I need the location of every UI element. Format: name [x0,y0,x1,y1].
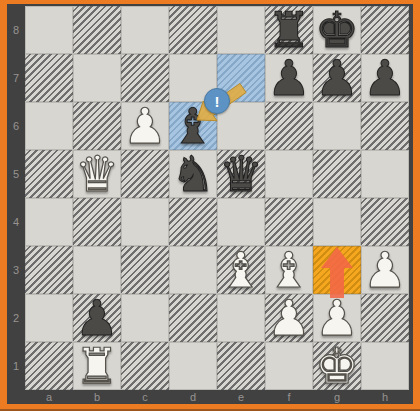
piece-white-queen[interactable]: ♛ [73,150,121,198]
file-label-c: c [121,391,169,404]
exclamation-glyph: ! [215,93,220,110]
square-b8[interactable] [73,6,121,54]
square-f1[interactable] [265,342,313,390]
piece-black-pawn[interactable]: ♟ [265,54,313,102]
square-e4[interactable] [217,198,265,246]
piece-black-pawn[interactable]: ♟ [73,294,121,342]
square-f8[interactable]: ♜ [265,6,313,54]
square-h7[interactable]: ♟ [361,54,409,102]
piece-white-pawn[interactable]: ♟ [265,294,313,342]
square-a3[interactable] [25,246,73,294]
piece-black-pawn[interactable]: ♟ [313,54,361,102]
square-g6[interactable] [313,102,361,150]
square-f2[interactable]: ♟ [265,294,313,342]
square-h1[interactable] [361,342,409,390]
piece-black-knight[interactable]: ♞ [169,150,217,198]
square-h6[interactable] [361,102,409,150]
square-g5[interactable] [313,150,361,198]
square-c1[interactable] [121,342,169,390]
file-label-e: e [217,391,265,404]
board-area: ♜♚♟♟♟♟♝♛♞♛♝♝♟♟♟♟♜♚ ! [25,6,409,390]
square-a8[interactable] [25,6,73,54]
piece-black-king[interactable]: ♚ [313,6,361,54]
board-frame: 87654321 abcdefgh ♜♚♟♟♟♟♝♛♞♛♝♝♟♟♟♟♜♚ ! [7,4,413,404]
rank-label-6: 6 [7,102,25,150]
square-d8[interactable] [169,6,217,54]
square-b1[interactable]: ♜ [73,342,121,390]
square-b6[interactable] [73,102,121,150]
square-b7[interactable] [73,54,121,102]
square-h3[interactable]: ♟ [361,246,409,294]
square-a6[interactable] [25,102,73,150]
piece-white-pawn[interactable]: ♟ [361,246,409,294]
square-c8[interactable] [121,6,169,54]
rank-label-5: 5 [7,150,25,198]
square-a5[interactable] [25,150,73,198]
square-h5[interactable] [361,150,409,198]
square-h8[interactable] [361,6,409,54]
square-f6[interactable] [265,102,313,150]
square-g4[interactable] [313,198,361,246]
square-c3[interactable] [121,246,169,294]
rank-label-1: 1 [7,342,25,390]
square-d4[interactable] [169,198,217,246]
square-d5[interactable]: ♞ [169,150,217,198]
rank-label-7: 7 [7,54,25,102]
square-e3[interactable]: ♝ [217,246,265,294]
square-c2[interactable] [121,294,169,342]
square-c6[interactable]: ♟ [121,102,169,150]
rank-label-4: 4 [7,198,25,246]
square-d1[interactable] [169,342,217,390]
square-a1[interactable] [25,342,73,390]
piece-white-pawn[interactable]: ♟ [121,102,169,150]
square-b4[interactable] [73,198,121,246]
file-label-d: d [169,391,217,404]
square-e5[interactable]: ♛ [217,150,265,198]
app-background: 87654321 abcdefgh ♜♚♟♟♟♟♝♛♞♛♝♝♟♟♟♟♜♚ ! [0,0,420,411]
piece-black-pawn[interactable]: ♟ [361,54,409,102]
piece-white-bishop[interactable]: ♝ [265,246,313,294]
square-b5[interactable]: ♛ [73,150,121,198]
rank-label-8: 8 [7,6,25,54]
piece-black-queen[interactable]: ♛ [217,150,265,198]
chess-board: ♜♚♟♟♟♟♝♛♞♛♝♝♟♟♟♟♜♚ [25,6,409,390]
square-g1[interactable]: ♚ [313,342,361,390]
square-g7[interactable]: ♟ [313,54,361,102]
piece-black-rook[interactable]: ♜ [265,6,313,54]
piece-white-pawn[interactable]: ♟ [313,294,361,342]
square-f3[interactable]: ♝ [265,246,313,294]
square-f4[interactable] [265,198,313,246]
rank-label-2: 2 [7,294,25,342]
square-b3[interactable] [73,246,121,294]
square-a2[interactable] [25,294,73,342]
square-c5[interactable] [121,150,169,198]
square-g2[interactable]: ♟ [313,294,361,342]
square-d2[interactable] [169,294,217,342]
piece-white-bishop[interactable]: ♝ [217,246,265,294]
square-c4[interactable] [121,198,169,246]
file-label-f: f [265,391,313,404]
square-h4[interactable] [361,198,409,246]
square-e8[interactable] [217,6,265,54]
square-g8[interactable]: ♚ [313,6,361,54]
square-d3[interactable] [169,246,217,294]
square-c7[interactable] [121,54,169,102]
square-b2[interactable]: ♟ [73,294,121,342]
square-h2[interactable] [361,294,409,342]
square-a4[interactable] [25,198,73,246]
square-e2[interactable] [217,294,265,342]
rank-labels: 87654321 [7,6,25,390]
square-a7[interactable] [25,54,73,102]
square-f7[interactable]: ♟ [265,54,313,102]
square-f5[interactable] [265,150,313,198]
piece-white-king[interactable]: ♚ [313,342,361,390]
file-label-a: a [25,391,73,404]
rank-label-3: 3 [7,246,25,294]
move-quality-badge: ! [204,88,230,114]
file-label-h: h [361,391,409,404]
piece-white-rook[interactable]: ♜ [73,342,121,390]
square-e1[interactable] [217,342,265,390]
square-g3[interactable] [313,246,361,294]
